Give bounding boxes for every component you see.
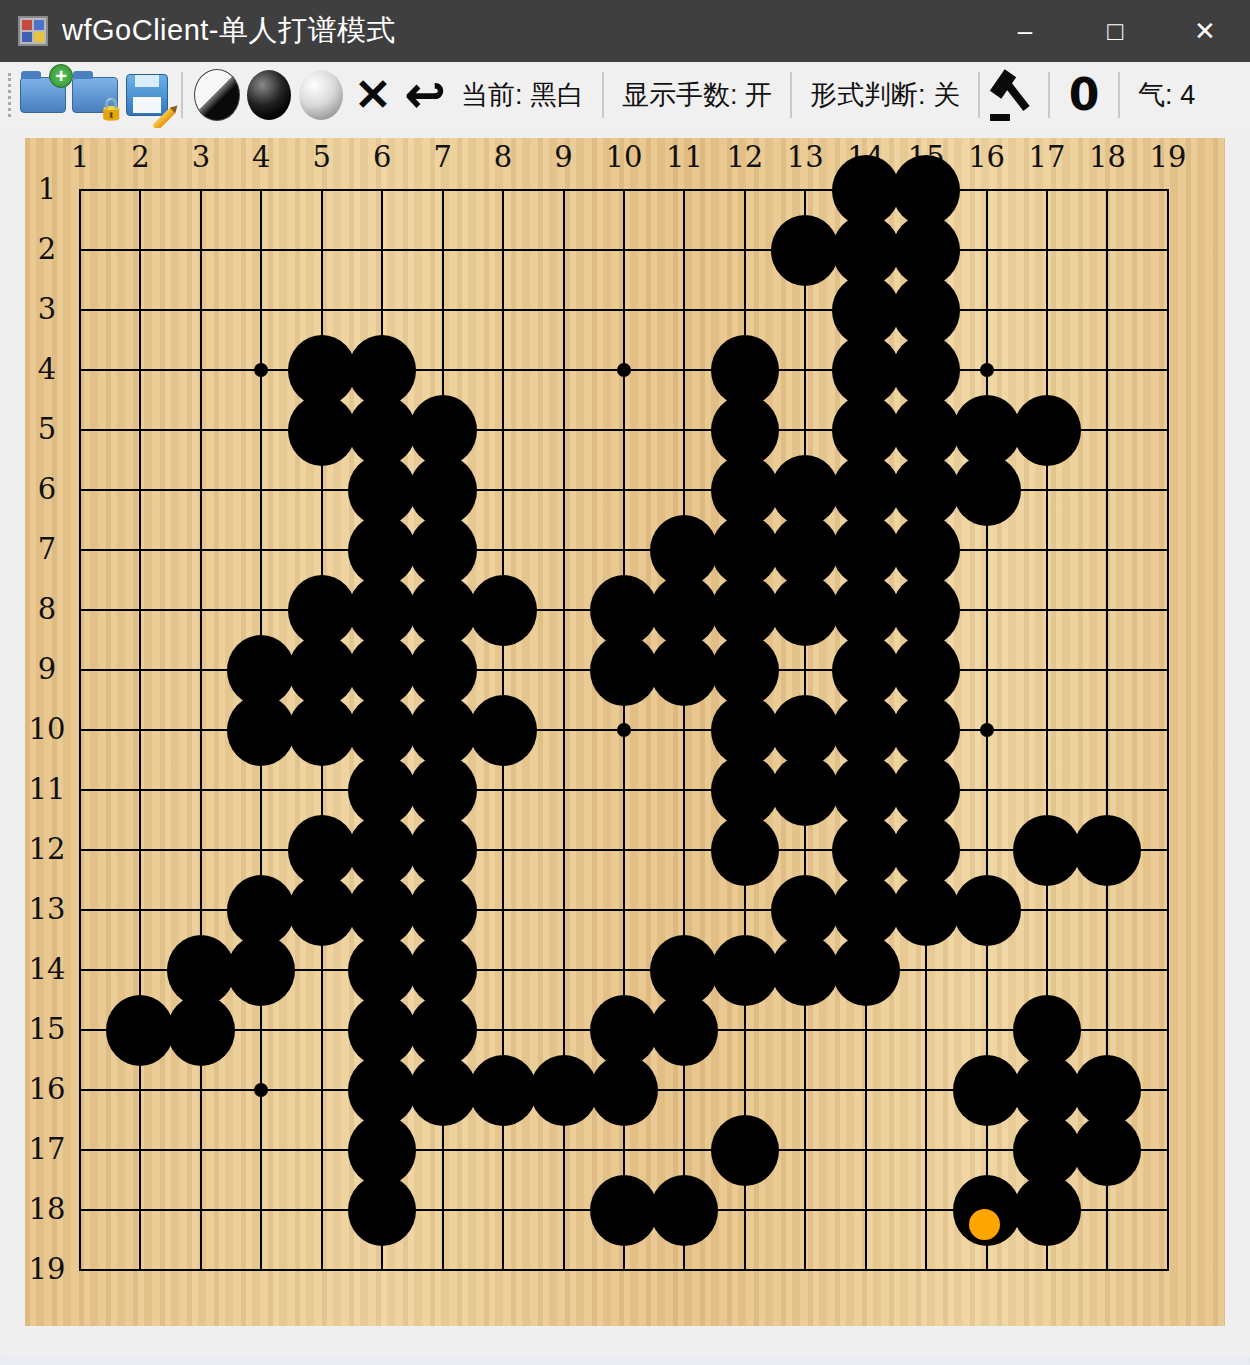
grid-line-horizontal (79, 1269, 1169, 1271)
column-label: 1 (50, 140, 110, 174)
black-stone[interactable] (590, 1055, 658, 1126)
toolbar-separator (602, 72, 604, 118)
new-record-button[interactable]: + (17, 67, 69, 123)
row-label: 17 (25, 1132, 69, 1166)
column-label: 13 (775, 140, 835, 174)
row-label: 10 (25, 712, 69, 746)
black-stone[interactable] (771, 215, 839, 286)
black-stone[interactable] (711, 815, 779, 886)
app-icon-quad (34, 32, 44, 42)
black-stone[interactable] (106, 995, 174, 1066)
toolbar-separator (181, 72, 183, 118)
black-stone[interactable] (348, 1175, 416, 1246)
row-label: 9 (25, 652, 69, 686)
black-stone[interactable] (1073, 815, 1141, 886)
black-stone[interactable] (530, 1055, 598, 1126)
grid-line-horizontal (79, 1149, 1169, 1151)
grid-line-horizontal (79, 309, 1169, 311)
row-label: 16 (25, 1072, 69, 1106)
column-label: 2 (110, 140, 170, 174)
judgement-value-text: 关 (933, 80, 960, 110)
folder-plus-icon: + (20, 77, 66, 113)
show-moves-toggle[interactable]: 显示手数: 开 (622, 77, 772, 113)
client-area: 1122334455667788991010111112121313141415… (0, 128, 1250, 1357)
row-label: 14 (25, 952, 69, 986)
column-label: 5 (292, 140, 352, 174)
grid-line-horizontal (79, 549, 1169, 551)
zero-icon: 0 (1069, 73, 1100, 117)
toolbar-separator (978, 72, 980, 118)
gavel-icon (990, 69, 1038, 121)
black-stone[interactable] (1013, 1175, 1081, 1246)
black-stone[interactable] (167, 995, 235, 1066)
row-label: 8 (25, 592, 69, 626)
black-stone-button[interactable] (243, 67, 295, 123)
black-stone[interactable] (771, 935, 839, 1006)
grid-line-horizontal (79, 189, 1169, 191)
toolbar-separator (1118, 72, 1120, 118)
black-stone[interactable] (590, 635, 658, 706)
alternate-stone-button[interactable] (191, 67, 243, 123)
go-board[interactable]: 1122334455667788991010111112121313141415… (25, 138, 1225, 1326)
app-icon (18, 16, 48, 46)
open-record-button[interactable]: 🔒 (69, 67, 121, 123)
liberties-label-text: 气: (1138, 80, 1173, 110)
row-label: 4 (25, 352, 69, 386)
column-label: 16 (957, 140, 1017, 174)
black-stone[interactable] (892, 875, 960, 946)
folder-lock-icon: 🔒 (72, 77, 118, 113)
row-label: 7 (25, 532, 69, 566)
column-label: 18 (1077, 140, 1137, 174)
column-label: 19 (1138, 140, 1198, 174)
zero-button[interactable]: 0 (1058, 67, 1110, 123)
row-label: 2 (25, 232, 69, 266)
black-stone[interactable] (832, 935, 900, 1006)
window-title: wfGoClient-单人打谱模式 (62, 11, 396, 51)
current-color-label: 当前: 黑白 (461, 77, 584, 113)
column-label: 7 (413, 140, 473, 174)
row-label: 13 (25, 892, 69, 926)
grid-line-horizontal (79, 789, 1169, 791)
black-stone[interactable] (288, 695, 356, 766)
close-button[interactable]: ✕ (1160, 0, 1250, 62)
current-label-text: 当前: (461, 80, 523, 110)
black-stone[interactable] (711, 1115, 779, 1186)
toolbar-separator (790, 72, 792, 118)
black-stone[interactable] (469, 575, 537, 646)
column-label: 9 (534, 140, 594, 174)
black-stone[interactable] (227, 695, 295, 766)
black-stone[interactable] (771, 755, 839, 826)
toolbar-separator (1048, 72, 1050, 118)
floppy-save-icon (126, 74, 168, 116)
black-stone[interactable] (409, 1055, 477, 1126)
row-label: 19 (25, 1252, 69, 1286)
liberties-display: 气: 4 (1138, 77, 1195, 113)
star-point (617, 363, 631, 377)
judgement-toggle[interactable]: 形式判断: 关 (810, 77, 960, 113)
row-label: 1 (25, 172, 69, 206)
column-label: 10 (594, 140, 654, 174)
column-label: 4 (231, 140, 291, 174)
save-record-button[interactable] (121, 67, 173, 123)
row-label: 15 (25, 1012, 69, 1046)
undo-arrow-icon: ↩ (405, 70, 445, 120)
black-stone[interactable] (711, 935, 779, 1006)
star-point (617, 723, 631, 737)
toolbar-grip (8, 73, 11, 117)
column-label: 11 (654, 140, 714, 174)
judge-button[interactable] (988, 67, 1040, 123)
black-stone[interactable] (469, 695, 537, 766)
last-move-marker (969, 1209, 1000, 1240)
black-stone[interactable] (288, 875, 356, 946)
black-stone[interactable] (1013, 395, 1081, 466)
star-point (980, 723, 994, 737)
show-moves-value-text: 开 (745, 80, 772, 110)
white-stone-button[interactable] (295, 67, 347, 123)
toolbar: + 🔒 ✕ ↩ 当前: 黑白 显示手数: 开 (0, 62, 1250, 130)
column-label: 8 (473, 140, 533, 174)
column-label: 12 (715, 140, 775, 174)
black-stone[interactable] (590, 1175, 658, 1246)
half-stone-icon (194, 69, 240, 121)
black-stone[interactable] (1073, 1115, 1141, 1186)
app-window: wfGoClient-单人打谱模式 – □ ✕ + 🔒 ✕ (0, 0, 1250, 1365)
grid-line-horizontal (79, 249, 1169, 251)
black-stone-icon (247, 70, 291, 120)
black-stone[interactable] (650, 635, 718, 706)
black-stone[interactable] (953, 455, 1021, 526)
x-icon: ✕ (355, 73, 392, 117)
black-stone[interactable] (227, 935, 295, 1006)
row-label: 12 (25, 832, 69, 866)
app-icon-quad (22, 32, 32, 42)
app-icon-quad (22, 20, 32, 30)
row-label: 3 (25, 292, 69, 326)
row-label: 11 (25, 772, 69, 806)
row-label: 18 (25, 1192, 69, 1226)
black-stone[interactable] (288, 395, 356, 466)
column-label: 3 (171, 140, 231, 174)
column-label: 17 (1017, 140, 1077, 174)
white-stone-icon (299, 70, 343, 120)
row-label: 5 (25, 412, 69, 446)
black-stone[interactable] (953, 875, 1021, 946)
maximize-button[interactable]: □ (1070, 0, 1160, 62)
star-point (980, 363, 994, 377)
star-point (254, 1083, 268, 1097)
star-point (254, 363, 268, 377)
black-stone[interactable] (650, 1175, 718, 1246)
minimize-button[interactable]: – (980, 0, 1070, 62)
current-value-text: 黑白 (530, 80, 584, 110)
title-bar: wfGoClient-单人打谱模式 – □ ✕ (0, 0, 1250, 62)
show-moves-label-text: 显示手数: (622, 80, 738, 110)
undo-button[interactable]: ↩ (399, 67, 451, 123)
judgement-label-text: 形式判断: (810, 80, 926, 110)
liberties-value-text: 4 (1180, 80, 1195, 110)
row-label: 6 (25, 472, 69, 506)
black-stone[interactable] (1013, 815, 1081, 886)
black-stone[interactable] (953, 1055, 1021, 1126)
black-stone[interactable] (650, 995, 718, 1066)
black-stone[interactable] (771, 575, 839, 646)
app-icon-quad (34, 20, 44, 30)
grid-line-horizontal (79, 849, 1169, 851)
black-stone[interactable] (469, 1055, 537, 1126)
delete-stone-button[interactable]: ✕ (347, 67, 399, 123)
column-label: 6 (352, 140, 412, 174)
